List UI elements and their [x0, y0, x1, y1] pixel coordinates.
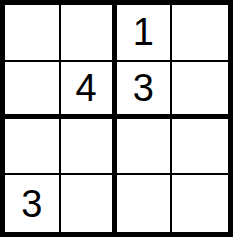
cell-r1c2[interactable] [61, 5, 117, 62]
cell-r4c1[interactable]: 3 [5, 175, 61, 232]
cell-r1c4[interactable] [172, 5, 228, 62]
cell-r2c4[interactable] [172, 62, 228, 119]
cell-r1c3[interactable]: 1 [117, 5, 173, 62]
cell-r1c1[interactable] [5, 5, 61, 62]
cell-r4c3[interactable] [117, 175, 173, 232]
cell-r3c4[interactable] [172, 119, 228, 176]
cell-r2c1[interactable] [5, 62, 61, 119]
sudoku-board: 1433 [0, 0, 233, 237]
cell-r2c3[interactable]: 3 [117, 62, 173, 119]
cell-r3c2[interactable] [61, 119, 117, 176]
cell-r4c2[interactable] [61, 175, 117, 232]
cell-r4c4[interactable] [172, 175, 228, 232]
cell-r3c3[interactable] [117, 119, 173, 176]
cell-r3c1[interactable] [5, 119, 61, 176]
cell-r2c2[interactable]: 4 [61, 62, 117, 119]
